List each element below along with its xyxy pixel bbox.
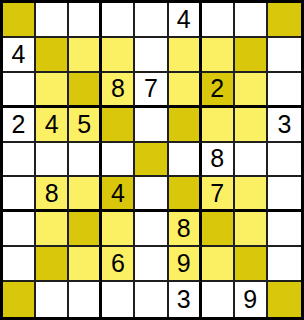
cell-r3c5[interactable]: 7 [135,73,168,108]
cell-r6c9[interactable] [268,177,301,212]
cell-r8c8[interactable] [235,247,268,282]
given-digit: 8 [210,146,224,171]
given-digit: 4 [45,112,59,137]
given-digit: 9 [177,251,191,276]
cell-r9c9[interactable] [268,282,301,317]
cell-r8c5[interactable] [135,247,168,282]
cell-r9c6[interactable]: 3 [169,282,202,317]
cell-r3c3[interactable] [69,73,102,108]
given-digit: 2 [12,112,26,137]
given-digit: 4 [12,42,26,67]
cell-r2c5[interactable] [135,38,168,73]
cell-r7c9[interactable] [268,212,301,247]
cell-r3c8[interactable] [235,73,268,108]
cell-r1c6[interactable]: 4 [169,3,202,38]
cell-r2c9[interactable] [268,38,301,73]
cell-r4c8[interactable] [235,108,268,143]
cell-r6c3[interactable] [69,177,102,212]
cell-r2c2[interactable] [36,38,69,73]
cell-r1c4[interactable] [102,3,135,38]
cell-r7c4[interactable] [102,212,135,247]
cell-r6c2[interactable]: 8 [36,177,69,212]
cell-r4c4[interactable] [102,108,135,143]
cell-r1c5[interactable] [135,3,168,38]
cell-r4c2[interactable]: 4 [36,108,69,143]
cell-r7c2[interactable] [36,212,69,247]
cell-r8c6[interactable]: 9 [169,247,202,282]
cell-r1c7[interactable] [202,3,235,38]
cell-r6c8[interactable] [235,177,268,212]
cell-r2c4[interactable] [102,38,135,73]
cell-r6c4[interactable]: 4 [102,177,135,212]
given-digit: 6 [111,251,125,276]
given-digit: 2 [210,76,224,101]
cell-r8c7[interactable] [202,247,235,282]
cell-r3c4[interactable]: 8 [102,73,135,108]
cell-r8c9[interactable] [268,247,301,282]
cell-r8c3[interactable] [69,247,102,282]
cell-r8c2[interactable] [36,247,69,282]
cell-r2c7[interactable] [202,38,235,73]
given-digit: 4 [177,7,191,32]
cell-r8c4[interactable]: 6 [102,247,135,282]
given-digit: 9 [243,287,257,312]
cell-r5c2[interactable] [36,143,69,178]
cell-r9c5[interactable] [135,282,168,317]
cell-r9c2[interactable] [36,282,69,317]
cell-r1c1[interactable] [3,3,36,38]
cell-r3c9[interactable] [268,73,301,108]
cell-r7c1[interactable] [3,212,36,247]
sudoku-grid: 448722453884786939 [3,3,301,317]
cell-r1c3[interactable] [69,3,102,38]
cell-r5c7[interactable]: 8 [202,143,235,178]
cell-r6c7[interactable]: 7 [202,177,235,212]
cell-r5c9[interactable] [268,143,301,178]
cell-r7c6[interactable]: 8 [169,212,202,247]
cell-r3c1[interactable] [3,73,36,108]
cell-r9c4[interactable] [102,282,135,317]
cell-r7c7[interactable] [202,212,235,247]
given-digit: 5 [77,112,91,137]
cell-r9c8[interactable]: 9 [235,282,268,317]
cell-r9c7[interactable] [202,282,235,317]
cell-r2c3[interactable] [69,38,102,73]
cell-r2c6[interactable] [169,38,202,73]
cell-r4c7[interactable] [202,108,235,143]
given-digit: 8 [111,76,125,101]
cell-r5c4[interactable] [102,143,135,178]
cell-r5c6[interactable] [169,143,202,178]
cell-r5c1[interactable] [3,143,36,178]
cell-r6c5[interactable] [135,177,168,212]
given-digit: 4 [111,181,125,206]
cell-r9c1[interactable] [3,282,36,317]
cell-r7c8[interactable] [235,212,268,247]
cell-r7c5[interactable] [135,212,168,247]
cell-r3c2[interactable] [36,73,69,108]
cell-r6c1[interactable] [3,177,36,212]
cell-r8c1[interactable] [3,247,36,282]
given-digit: 3 [277,112,291,137]
cell-r2c8[interactable] [235,38,268,73]
cell-r7c3[interactable] [69,212,102,247]
cell-r1c2[interactable] [36,3,69,38]
cell-r1c8[interactable] [235,3,268,38]
sudoku-board: 448722453884786939 [0,0,304,320]
cell-r2c1[interactable]: 4 [3,38,36,73]
cell-r3c6[interactable] [169,73,202,108]
cell-r5c8[interactable] [235,143,268,178]
cell-r4c1[interactable]: 2 [3,108,36,143]
given-digit: 3 [177,287,191,312]
cell-r4c5[interactable] [135,108,168,143]
given-digit: 7 [210,181,224,206]
given-digit: 7 [144,76,158,101]
cell-r4c9[interactable]: 3 [268,108,301,143]
cell-r4c6[interactable] [169,108,202,143]
given-digit: 8 [177,216,191,241]
cell-r4c3[interactable]: 5 [69,108,102,143]
cell-r6c6[interactable] [169,177,202,212]
cell-r3c7[interactable]: 2 [202,73,235,108]
cell-r5c5[interactable] [135,143,168,178]
cell-r9c3[interactable] [69,282,102,317]
cell-r1c9[interactable] [268,3,301,38]
cell-r5c3[interactable] [69,143,102,178]
given-digit: 8 [45,181,59,206]
